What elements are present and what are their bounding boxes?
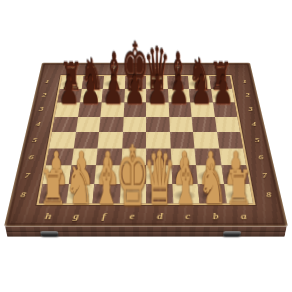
light-rook: ♜: [225, 166, 254, 209]
light-bishop: ♝: [93, 153, 120, 211]
square-c3: [168, 102, 191, 116]
file-label: h: [62, 65, 84, 69]
square-g3: [78, 102, 102, 116]
square-f8: ♝: [93, 184, 121, 204]
file-label: b: [188, 65, 209, 69]
right-clasp: [223, 231, 241, 236]
square-e8: ♚: [119, 184, 146, 204]
square-h2: ♟: [57, 89, 81, 103]
file-label: c: [167, 65, 188, 69]
rank-label: 8: [13, 191, 34, 199]
rank-label: 8: [258, 191, 279, 199]
square-b2: ♟: [189, 89, 212, 103]
file-label: d: [146, 65, 167, 69]
file-label: f: [104, 65, 125, 69]
file-label: a: [229, 211, 259, 221]
rank-label: 1: [237, 79, 253, 84]
square-c2: ♟: [168, 89, 191, 103]
light-bishop: ♝: [173, 153, 200, 211]
rank-label: 3: [242, 106, 260, 112]
square-a2: ♟: [211, 89, 235, 103]
square-e3: [123, 102, 146, 116]
file-label: d: [146, 211, 174, 221]
board-front-edge: [5, 227, 287, 237]
board-grid: ♜♞♝♚♛♝♞♜♟♟♟♟♟♟♟♟♟♟♟♟♟♟♟♟♜♞♝♚♛♝♞♜: [36, 75, 255, 205]
square-f2: ♟: [102, 89, 125, 103]
chess-set-photo: hgfedcba 12345678 ♜♞♝♚♛♝♞♜♟♟♟♟♟♟♟♟♟♟♟♟♟♟…: [0, 0, 292, 292]
file-labels-near: hgfedcba: [33, 208, 259, 225]
square-b3: [190, 102, 214, 116]
square-d4: [146, 117, 170, 132]
square-c4: [169, 117, 193, 132]
square-h3: [55, 102, 80, 116]
square-d8: ♛: [146, 184, 173, 204]
rank-label: 4: [245, 121, 263, 127]
file-label: f: [90, 211, 119, 221]
file-label: e: [118, 211, 146, 221]
square-h4: [52, 117, 78, 132]
rank-label: 5: [248, 137, 267, 144]
square-e2: ♟: [124, 89, 146, 103]
square-f3: [100, 102, 123, 116]
square-g4: [76, 117, 101, 132]
rank-label: 1: [39, 79, 55, 84]
square-a3: [212, 102, 237, 116]
file-label: b: [201, 211, 230, 221]
square-a8: ♜: [224, 184, 253, 204]
rank-label: 7: [17, 171, 37, 179]
light-queen: ♛: [143, 147, 176, 213]
left-clasp: [40, 231, 58, 236]
rank-label: 2: [36, 92, 53, 98]
rank-label: 5: [25, 137, 44, 144]
square-c8: ♝: [172, 184, 200, 204]
square-g8: ♞: [66, 184, 95, 204]
file-label: a: [209, 65, 231, 69]
light-knight: ♞: [65, 161, 94, 210]
square-a4: [214, 117, 240, 132]
file-label: g: [62, 211, 91, 221]
rank-label: 7: [255, 171, 275, 179]
light-knight: ♞: [198, 161, 227, 210]
file-label: c: [174, 211, 203, 221]
rank-label: 2: [239, 92, 256, 98]
rank-label: 4: [29, 121, 47, 127]
rank-label: 6: [251, 154, 270, 161]
file-label: e: [125, 65, 146, 69]
light-rook: ♜: [39, 166, 68, 209]
rank-label: 3: [33, 106, 51, 112]
square-g2: ♟: [80, 89, 103, 103]
square-b4: [192, 117, 217, 132]
file-label: h: [33, 211, 63, 221]
square-h8: ♜: [39, 184, 68, 204]
square-b8: ♞: [198, 184, 227, 204]
file-label: g: [83, 65, 104, 69]
square-d2: ♟: [146, 89, 168, 103]
square-d3: [146, 102, 169, 116]
chess-board: hgfedcba 12345678 ♜♞♝♚♛♝♞♜♟♟♟♟♟♟♟♟♟♟♟♟♟♟…: [4, 63, 288, 227]
